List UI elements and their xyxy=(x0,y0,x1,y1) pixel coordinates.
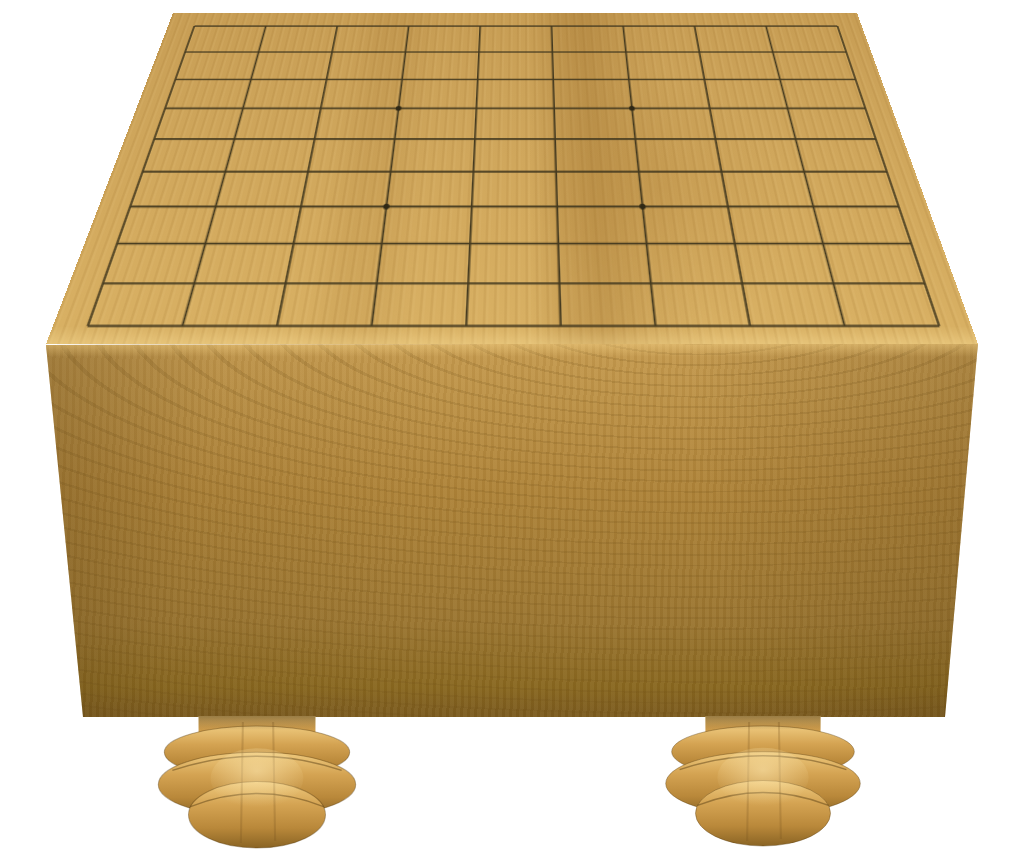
grid-line-vertical xyxy=(766,26,845,326)
board-top-surface xyxy=(46,13,978,344)
shogi-board-scene xyxy=(0,0,1024,853)
board-front-face xyxy=(46,343,978,717)
star-point xyxy=(639,204,646,210)
grid-line-vertical xyxy=(182,26,265,326)
grid-line-vertical xyxy=(372,26,409,326)
board-grid[interactable] xyxy=(88,26,939,326)
grid-line-vertical xyxy=(623,26,655,326)
star-point xyxy=(383,204,390,210)
star-point xyxy=(395,106,401,111)
grid-line-vertical xyxy=(837,26,939,326)
grid-line-vertical xyxy=(552,26,561,326)
board-leg-left xyxy=(156,716,358,851)
grid-line-vertical xyxy=(88,26,195,326)
grid-line-vertical xyxy=(277,26,337,326)
star-point xyxy=(629,106,635,111)
board-leg-right xyxy=(662,716,864,849)
grid-line-vertical xyxy=(695,26,750,326)
grid-line-vertical xyxy=(466,26,480,326)
